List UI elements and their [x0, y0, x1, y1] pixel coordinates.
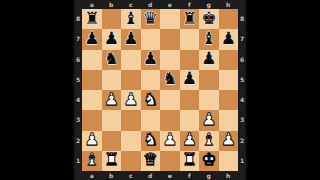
rank-label-6: 6	[238, 50, 246, 70]
black-bishop: ♝	[201, 30, 216, 47]
rank-label-4: 4	[238, 90, 246, 110]
square-b3[interactable]	[102, 110, 122, 130]
white-bishop: ♝	[84, 151, 99, 168]
square-c2[interactable]	[121, 131, 141, 151]
square-g8[interactable]: ♚	[199, 9, 219, 29]
square-d6[interactable]: ♟	[141, 50, 161, 70]
square-e7[interactable]	[160, 29, 180, 49]
rank-label-4: 4	[74, 90, 82, 110]
square-h7[interactable]: ♟	[219, 29, 239, 49]
square-f6[interactable]	[180, 50, 200, 70]
square-b1[interactable]: ♜	[102, 151, 122, 171]
square-g6[interactable]: ♟	[199, 50, 219, 70]
square-f3[interactable]	[180, 110, 200, 130]
rank-label-7: 7	[238, 29, 246, 49]
black-rook: ♜	[182, 10, 197, 27]
square-f8[interactable]: ♜	[180, 9, 200, 29]
square-a1[interactable]: ♝	[82, 151, 102, 171]
square-b6[interactable]: ♞	[102, 50, 122, 70]
white-pawn: ♟	[182, 131, 197, 148]
square-b2[interactable]	[102, 131, 122, 151]
rank-label-5: 5	[238, 70, 246, 90]
square-e4[interactable]	[160, 90, 180, 110]
square-e5[interactable]: ♞	[160, 70, 180, 90]
square-d8[interactable]: ♛	[141, 9, 161, 29]
square-c7[interactable]: ♟	[121, 29, 141, 49]
white-rook: ♜	[182, 151, 197, 168]
file-label-h: h	[219, 0, 239, 9]
square-e2[interactable]: ♟	[160, 131, 180, 151]
chess-board-frame: abcdefgh 87654321 ♜♝♛♜♚♟♟♟♝♟♞♟♟♞♟♟♟♞♟♟♞♟…	[74, 0, 246, 180]
rank-label-3: 3	[238, 110, 246, 130]
white-rook: ♜	[104, 151, 119, 168]
white-king: ♚	[201, 151, 216, 168]
file-labels-top: abcdefgh	[82, 0, 238, 9]
square-c3[interactable]	[121, 110, 141, 130]
chess-board: ♜♝♛♜♚♟♟♟♝♟♞♟♟♞♟♟♟♞♟♟♞♟♟♝♟♝♜♛♜♚	[82, 9, 238, 171]
square-d2[interactable]: ♞	[141, 131, 161, 151]
square-e3[interactable]	[160, 110, 180, 130]
square-g5[interactable]	[199, 70, 219, 90]
rank-labels-right: 87654321	[238, 9, 246, 171]
black-king: ♚	[201, 10, 216, 27]
black-pawn: ♟	[123, 30, 138, 47]
file-label-c: c	[121, 171, 141, 180]
rank-label-3: 3	[74, 110, 82, 130]
square-h6[interactable]	[219, 50, 239, 70]
file-label-h: h	[219, 171, 239, 180]
black-rook: ♜	[84, 10, 99, 27]
white-pawn: ♟	[162, 131, 177, 148]
file-label-g: g	[199, 0, 219, 9]
square-h2[interactable]: ♟	[219, 131, 239, 151]
file-label-d: d	[141, 0, 161, 9]
square-g1[interactable]: ♚	[199, 151, 219, 171]
white-queen: ♛	[143, 151, 158, 168]
square-b8[interactable]	[102, 9, 122, 29]
black-pawn: ♟	[143, 50, 158, 67]
square-c1[interactable]	[121, 151, 141, 171]
white-knight: ♞	[143, 91, 158, 108]
black-pawn: ♟	[84, 30, 99, 47]
white-pawn: ♟	[221, 131, 236, 148]
rank-label-8: 8	[238, 9, 246, 29]
rank-label-2: 2	[238, 131, 246, 151]
black-knight: ♞	[104, 50, 119, 67]
square-h4[interactable]	[219, 90, 239, 110]
file-label-d: d	[141, 171, 161, 180]
black-queen: ♛	[143, 10, 158, 27]
black-knight: ♞	[162, 70, 177, 87]
square-g7[interactable]: ♝	[199, 29, 219, 49]
file-label-a: a	[82, 0, 102, 9]
square-a2[interactable]: ♟	[82, 131, 102, 151]
file-label-f: f	[180, 171, 200, 180]
file-label-a: a	[82, 171, 102, 180]
square-b5[interactable]	[102, 70, 122, 90]
white-pawn: ♟	[201, 111, 216, 128]
square-a4[interactable]	[82, 90, 102, 110]
black-bishop: ♝	[123, 10, 138, 27]
white-knight: ♞	[143, 131, 158, 148]
square-f2[interactable]: ♟	[180, 131, 200, 151]
square-e8[interactable]	[160, 9, 180, 29]
square-h3[interactable]	[219, 110, 239, 130]
white-bishop: ♝	[201, 131, 216, 148]
square-g4[interactable]	[199, 90, 219, 110]
square-d4[interactable]: ♞	[141, 90, 161, 110]
rank-label-1: 1	[238, 151, 246, 171]
square-h5[interactable]	[219, 70, 239, 90]
rank-label-5: 5	[74, 70, 82, 90]
square-c6[interactable]	[121, 50, 141, 70]
square-a8[interactable]: ♜	[82, 9, 102, 29]
square-f7[interactable]	[180, 29, 200, 49]
file-label-c: c	[121, 0, 141, 9]
file-labels-bottom: abcdefgh	[82, 171, 238, 180]
square-h8[interactable]	[219, 9, 239, 29]
black-pawn: ♟	[104, 30, 119, 47]
black-pawn: ♟	[221, 30, 236, 47]
file-label-f: f	[180, 0, 200, 9]
black-pawn: ♟	[182, 70, 197, 87]
square-c8[interactable]: ♝	[121, 9, 141, 29]
square-g2[interactable]: ♝	[199, 131, 219, 151]
white-pawn: ♟	[104, 91, 119, 108]
square-d1[interactable]: ♛	[141, 151, 161, 171]
rank-label-8: 8	[74, 9, 82, 29]
square-d7[interactable]	[141, 29, 161, 49]
square-e6[interactable]	[160, 50, 180, 70]
white-pawn: ♟	[84, 131, 99, 148]
square-a5[interactable]	[82, 70, 102, 90]
square-b7[interactable]: ♟	[102, 29, 122, 49]
square-g3[interactable]: ♟	[199, 110, 219, 130]
square-c5[interactable]	[121, 70, 141, 90]
rank-label-6: 6	[74, 50, 82, 70]
rank-label-2: 2	[74, 131, 82, 151]
file-label-b: b	[102, 0, 122, 9]
square-f1[interactable]: ♜	[180, 151, 200, 171]
square-b4[interactable]: ♟	[102, 90, 122, 110]
square-d3[interactable]	[141, 110, 161, 130]
square-f5[interactable]: ♟	[180, 70, 200, 90]
white-pawn: ♟	[123, 91, 138, 108]
file-label-e: e	[160, 171, 180, 180]
black-pawn: ♟	[201, 50, 216, 67]
square-c4[interactable]: ♟	[121, 90, 141, 110]
square-a3[interactable]	[82, 110, 102, 130]
square-a6[interactable]	[82, 50, 102, 70]
square-a7[interactable]: ♟	[82, 29, 102, 49]
rank-label-7: 7	[74, 29, 82, 49]
square-d5[interactable]	[141, 70, 161, 90]
video-frame: abcdefgh 87654321 ♜♝♛♜♚♟♟♟♝♟♞♟♟♞♟♟♟♞♟♟♞♟…	[0, 0, 320, 180]
rank-label-1: 1	[74, 151, 82, 171]
square-e1[interactable]	[160, 151, 180, 171]
file-label-g: g	[199, 171, 219, 180]
square-f4[interactable]	[180, 90, 200, 110]
square-h1[interactable]	[219, 151, 239, 171]
file-label-e: e	[160, 0, 180, 9]
rank-labels-left: 87654321	[74, 9, 82, 171]
file-label-b: b	[102, 171, 122, 180]
